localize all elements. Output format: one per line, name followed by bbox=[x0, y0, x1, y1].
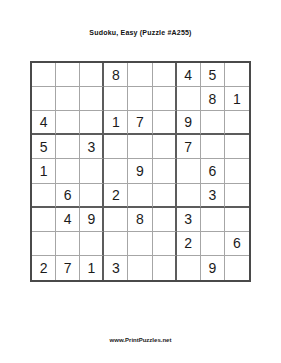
sudoku-cell-r1c6 bbox=[153, 63, 177, 87]
sudoku-cell-r8c1 bbox=[32, 232, 56, 256]
sudoku-cell-r3c4: 1 bbox=[104, 111, 128, 135]
sudoku-cell-r7c8 bbox=[201, 208, 225, 232]
sudoku-cell-r3c6 bbox=[153, 111, 177, 135]
sudoku-cell-r4c5 bbox=[128, 135, 152, 159]
sudoku-cell-r2c7 bbox=[177, 87, 201, 111]
sudoku-cell-r6c3 bbox=[80, 184, 104, 208]
sudoku-cell-r5c3 bbox=[80, 159, 104, 183]
sudoku-cell-r3c8 bbox=[201, 111, 225, 135]
sudoku-cell-r3c5: 7 bbox=[128, 111, 152, 135]
sudoku-cell-r4c7: 7 bbox=[177, 135, 201, 159]
sudoku-cell-r6c6 bbox=[153, 184, 177, 208]
sudoku-cell-r3c1: 4 bbox=[32, 111, 56, 135]
sudoku-cell-r4c6 bbox=[153, 135, 177, 159]
sudoku-cell-r9c3: 1 bbox=[80, 256, 104, 280]
sudoku-cell-r1c4: 8 bbox=[104, 63, 128, 87]
sudoku-cell-r6c5 bbox=[128, 184, 152, 208]
sudoku-board: 84581417953719662349832627139 bbox=[30, 61, 251, 282]
puzzle-page: Sudoku, Easy (Puzzle #A255) 845814179537… bbox=[0, 0, 281, 363]
sudoku-cell-r2c1 bbox=[32, 87, 56, 111]
sudoku-cell-r8c7: 2 bbox=[177, 232, 201, 256]
footer-url: www.PrintPuzzles.net bbox=[0, 337, 281, 343]
sudoku-cell-r3c7: 9 bbox=[177, 111, 201, 135]
sudoku-cell-r6c4: 2 bbox=[104, 184, 128, 208]
sudoku-cell-r9c4: 3 bbox=[104, 256, 128, 280]
sudoku-cell-r4c4 bbox=[104, 135, 128, 159]
sudoku-cell-r1c2 bbox=[56, 63, 80, 87]
sudoku-cell-r5c7 bbox=[177, 159, 201, 183]
sudoku-cell-r6c1 bbox=[32, 184, 56, 208]
sudoku-cell-r8c9: 6 bbox=[225, 232, 249, 256]
sudoku-cell-r7c1 bbox=[32, 208, 56, 232]
sudoku-cell-r1c8: 5 bbox=[201, 63, 225, 87]
sudoku-cell-r1c9 bbox=[225, 63, 249, 87]
sudoku-cell-r8c2 bbox=[56, 232, 80, 256]
sudoku-cell-r6c2: 6 bbox=[56, 184, 80, 208]
sudoku-cell-r2c4 bbox=[104, 87, 128, 111]
sudoku-cell-r7c9 bbox=[225, 208, 249, 232]
sudoku-cell-r5c9 bbox=[225, 159, 249, 183]
sudoku-cell-r1c5 bbox=[128, 63, 152, 87]
sudoku-cell-r7c6 bbox=[153, 208, 177, 232]
puzzle-title: Sudoku, Easy (Puzzle #A255) bbox=[0, 29, 281, 36]
sudoku-cell-r7c2: 4 bbox=[56, 208, 80, 232]
sudoku-cell-r1c7: 4 bbox=[177, 63, 201, 87]
sudoku-cell-r9c5 bbox=[128, 256, 152, 280]
sudoku-cell-r4c9 bbox=[225, 135, 249, 159]
sudoku-cell-r6c7 bbox=[177, 184, 201, 208]
sudoku-cell-r5c5: 9 bbox=[128, 159, 152, 183]
sudoku-cell-r3c2 bbox=[56, 111, 80, 135]
sudoku-cell-r9c7 bbox=[177, 256, 201, 280]
sudoku-cell-r2c6 bbox=[153, 87, 177, 111]
sudoku-cell-r9c8: 9 bbox=[201, 256, 225, 280]
sudoku-cell-r6c8: 3 bbox=[201, 184, 225, 208]
sudoku-cell-r7c3: 9 bbox=[80, 208, 104, 232]
sudoku-cell-r4c1: 5 bbox=[32, 135, 56, 159]
sudoku-cell-r2c5 bbox=[128, 87, 152, 111]
sudoku-cell-r7c7: 3 bbox=[177, 208, 201, 232]
sudoku-cell-r1c3 bbox=[80, 63, 104, 87]
sudoku-cell-r2c8: 8 bbox=[201, 87, 225, 111]
sudoku-cell-r9c1: 2 bbox=[32, 256, 56, 280]
sudoku-cell-r4c3: 3 bbox=[80, 135, 104, 159]
sudoku-cell-r8c5 bbox=[128, 232, 152, 256]
sudoku-cell-r6c9 bbox=[225, 184, 249, 208]
sudoku-cell-r5c4 bbox=[104, 159, 128, 183]
sudoku-cell-r2c3 bbox=[80, 87, 104, 111]
sudoku-cell-r2c9: 1 bbox=[225, 87, 249, 111]
sudoku-cell-r9c6 bbox=[153, 256, 177, 280]
sudoku-cell-r8c3 bbox=[80, 232, 104, 256]
sudoku-cell-r8c8 bbox=[201, 232, 225, 256]
sudoku-cell-r9c9 bbox=[225, 256, 249, 280]
sudoku-cell-r5c8: 6 bbox=[201, 159, 225, 183]
sudoku-cell-r9c2: 7 bbox=[56, 256, 80, 280]
sudoku-cell-r5c6 bbox=[153, 159, 177, 183]
sudoku-cell-r5c2 bbox=[56, 159, 80, 183]
sudoku-cell-r3c3 bbox=[80, 111, 104, 135]
sudoku-cell-r3c9 bbox=[225, 111, 249, 135]
sudoku-cell-r1c1 bbox=[32, 63, 56, 87]
sudoku-cell-r8c6 bbox=[153, 232, 177, 256]
sudoku-cell-r8c4 bbox=[104, 232, 128, 256]
sudoku-cell-r5c1: 1 bbox=[32, 159, 56, 183]
sudoku-cell-r2c2 bbox=[56, 87, 80, 111]
sudoku-cell-r4c2 bbox=[56, 135, 80, 159]
sudoku-cell-r4c8 bbox=[201, 135, 225, 159]
sudoku-cell-r7c4 bbox=[104, 208, 128, 232]
sudoku-cell-r7c5: 8 bbox=[128, 208, 152, 232]
